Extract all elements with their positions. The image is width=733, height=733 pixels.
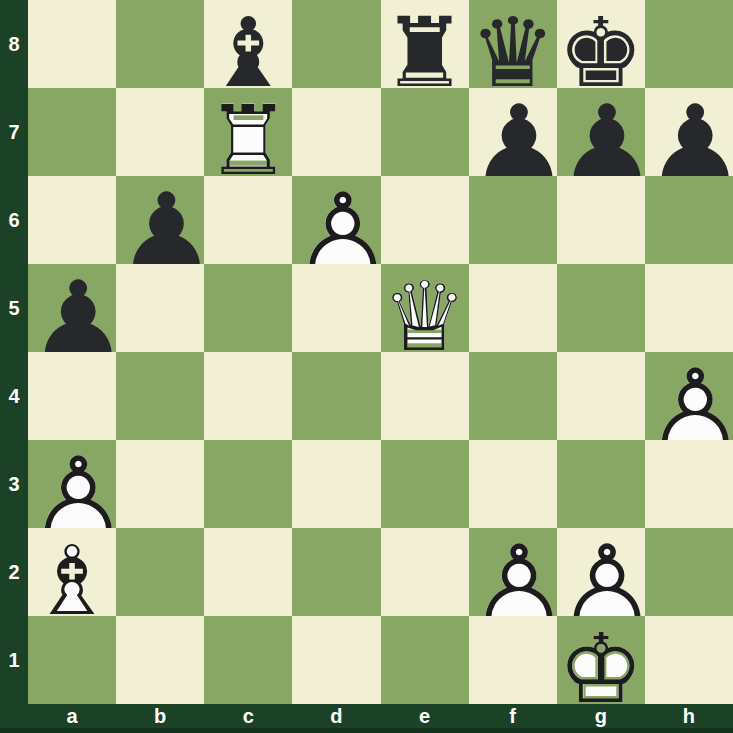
square-a8[interactable] — [28, 0, 116, 88]
square-e7[interactable] — [381, 88, 469, 176]
square-c6[interactable] — [204, 176, 292, 264]
white-rook-c7[interactable]: ♜♖ — [204, 93, 292, 181]
square-d3[interactable] — [292, 440, 380, 528]
white-queen-outline-glyph: ♕ — [382, 269, 468, 365]
square-b1[interactable] — [116, 616, 204, 704]
square-a2[interactable]: ♝♗ — [28, 528, 116, 616]
square-b5[interactable] — [116, 264, 204, 352]
file-label-h: h — [645, 704, 733, 728]
square-g6[interactable] — [557, 176, 645, 264]
black-queen-f8[interactable]: ♛ — [469, 5, 557, 93]
rank-label-4: 4 — [0, 352, 28, 440]
white-rook-outline-glyph: ♖ — [205, 93, 291, 189]
square-e2[interactable] — [381, 528, 469, 616]
square-h2[interactable] — [645, 528, 733, 616]
square-e3[interactable] — [381, 440, 469, 528]
square-f1[interactable] — [469, 616, 557, 704]
black-pawn-g7[interactable]: ♟ — [557, 90, 645, 178]
white-pawn-g2[interactable]: ♟♙ — [557, 530, 645, 618]
white-king-outline-glyph: ♔ — [558, 621, 644, 717]
square-g4[interactable] — [557, 352, 645, 440]
file-label-b: b — [116, 704, 204, 728]
square-c8[interactable]: ♝ — [204, 0, 292, 88]
black-bishop-c8[interactable]: ♝ — [204, 5, 292, 93]
rank-label-7: 7 — [0, 88, 28, 176]
black-pawn-h7[interactable]: ♟ — [645, 90, 733, 178]
square-b3[interactable] — [116, 440, 204, 528]
board-bottom-edge — [0, 728, 733, 733]
square-h8[interactable] — [645, 0, 733, 88]
white-bishop-a2[interactable]: ♝♗ — [28, 533, 116, 621]
white-bishop-outline-glyph: ♗ — [29, 533, 115, 629]
square-d8[interactable] — [292, 0, 380, 88]
square-h7[interactable]: ♟ — [645, 88, 733, 176]
black-pawn-b6[interactable]: ♟ — [116, 178, 204, 266]
square-h3[interactable] — [645, 440, 733, 528]
square-b4[interactable] — [116, 352, 204, 440]
square-a6[interactable] — [28, 176, 116, 264]
rank-label-1: 1 — [0, 616, 28, 704]
white-pawn-h4[interactable]: ♟♙ — [645, 354, 733, 442]
square-c3[interactable] — [204, 440, 292, 528]
square-e4[interactable] — [381, 352, 469, 440]
board: ♝♜♛♚♜♖♟♟♟♟♟♙♟♛♕♟♙♟♙♝♗♟♙♟♙♚♔ — [28, 0, 733, 704]
square-f2[interactable]: ♟♙ — [469, 528, 557, 616]
square-e5[interactable]: ♛♕ — [381, 264, 469, 352]
square-a5[interactable]: ♟ — [28, 264, 116, 352]
file-label-c: c — [204, 704, 292, 728]
square-h5[interactable] — [645, 264, 733, 352]
black-king-g8[interactable]: ♚ — [557, 5, 645, 93]
black-rook-e8[interactable]: ♜ — [381, 5, 469, 93]
square-b7[interactable] — [116, 88, 204, 176]
rank-label-8: 8 — [0, 0, 28, 88]
square-e8[interactable]: ♜ — [381, 0, 469, 88]
rank-labels: 87654321 — [0, 0, 28, 704]
square-a7[interactable] — [28, 88, 116, 176]
square-g1[interactable]: ♚♔ — [557, 616, 645, 704]
white-pawn-f2[interactable]: ♟♙ — [469, 530, 557, 618]
white-pawn-a3[interactable]: ♟♙ — [28, 442, 116, 530]
rank-label-5: 5 — [0, 264, 28, 352]
square-b8[interactable] — [116, 0, 204, 88]
square-d7[interactable] — [292, 88, 380, 176]
file-label-e: e — [381, 704, 469, 728]
square-f8[interactable]: ♛ — [469, 0, 557, 88]
chess-board-frame: 87654321 ♝♜♛♚♜♖♟♟♟♟♟♙♟♛♕♟♙♟♙♝♗♟♙♟♙♚♔ abc… — [0, 0, 733, 733]
square-f5[interactable] — [469, 264, 557, 352]
square-g3[interactable] — [557, 440, 645, 528]
square-e1[interactable] — [381, 616, 469, 704]
square-d6[interactable]: ♟♙ — [292, 176, 380, 264]
file-label-d: d — [292, 704, 380, 728]
square-a3[interactable]: ♟♙ — [28, 440, 116, 528]
white-queen-e5[interactable]: ♛♕ — [381, 269, 469, 357]
square-d5[interactable] — [292, 264, 380, 352]
square-f3[interactable] — [469, 440, 557, 528]
square-c5[interactable] — [204, 264, 292, 352]
square-f6[interactable] — [469, 176, 557, 264]
square-b6[interactable]: ♟ — [116, 176, 204, 264]
square-e6[interactable] — [381, 176, 469, 264]
square-a4[interactable] — [28, 352, 116, 440]
square-d1[interactable] — [292, 616, 380, 704]
square-a1[interactable] — [28, 616, 116, 704]
rank-label-2: 2 — [0, 528, 28, 616]
square-f7[interactable]: ♟ — [469, 88, 557, 176]
square-c1[interactable] — [204, 616, 292, 704]
square-d4[interactable] — [292, 352, 380, 440]
file-label-g: g — [557, 704, 645, 728]
square-c2[interactable] — [204, 528, 292, 616]
square-d2[interactable] — [292, 528, 380, 616]
square-g2[interactable]: ♟♙ — [557, 528, 645, 616]
square-c7[interactable]: ♜♖ — [204, 88, 292, 176]
square-b2[interactable] — [116, 528, 204, 616]
square-g7[interactable]: ♟ — [557, 88, 645, 176]
file-label-a: a — [28, 704, 116, 728]
black-pawn-a5[interactable]: ♟ — [28, 266, 116, 354]
square-h6[interactable] — [645, 176, 733, 264]
square-h4[interactable]: ♟♙ — [645, 352, 733, 440]
square-c4[interactable] — [204, 352, 292, 440]
black-rook-glyph: ♜ — [382, 5, 468, 101]
rank-label-6: 6 — [0, 176, 28, 264]
black-pawn-f7[interactable]: ♟ — [469, 90, 557, 178]
square-f4[interactable] — [469, 352, 557, 440]
square-g5[interactable] — [557, 264, 645, 352]
square-h1[interactable] — [645, 616, 733, 704]
rank-label-3: 3 — [0, 440, 28, 528]
square-g8[interactable]: ♚ — [557, 0, 645, 88]
file-labels: abcdefgh — [28, 704, 733, 728]
white-king-g1[interactable]: ♚♔ — [557, 621, 645, 709]
file-label-f: f — [469, 704, 557, 728]
white-pawn-d6[interactable]: ♟♙ — [292, 178, 380, 266]
